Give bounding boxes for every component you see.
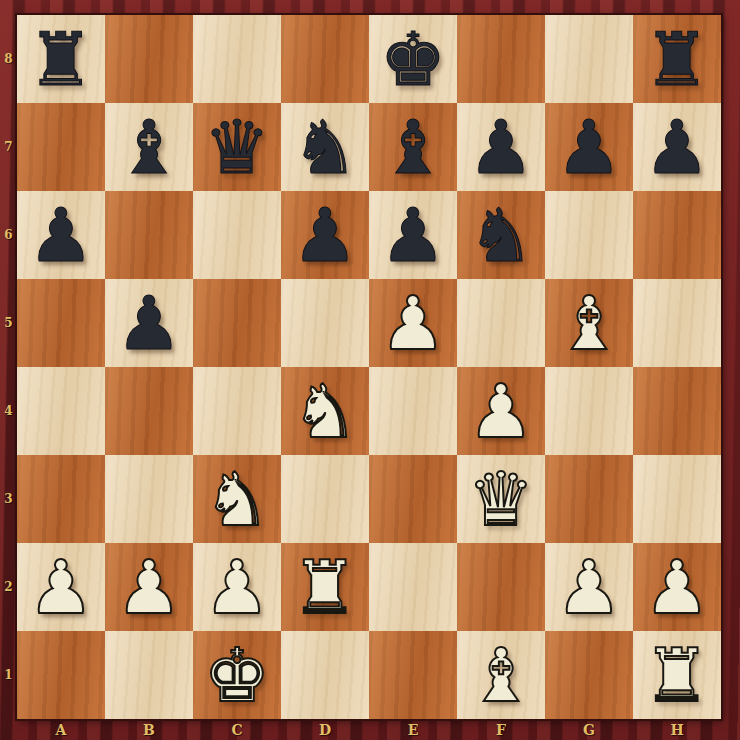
white-pawn-f4[interactable]: ♟	[468, 367, 534, 455]
black-knight-f6[interactable]: ♞	[468, 191, 534, 279]
rank-label-8: 8	[0, 15, 17, 103]
square-e7[interactable]: ♝	[369, 103, 457, 191]
square-c1[interactable]: ♚	[193, 631, 281, 719]
file-label-h: H	[633, 719, 721, 740]
black-bishop-e7[interactable]: ♝	[380, 103, 446, 191]
square-e8[interactable]: ♚	[369, 15, 457, 103]
black-queen-c7[interactable]: ♛	[204, 103, 270, 191]
square-b8[interactable]	[105, 15, 193, 103]
rank-label-5: 5	[0, 279, 17, 367]
square-d1[interactable]	[281, 631, 369, 719]
square-d5[interactable]	[281, 279, 369, 367]
square-c4[interactable]	[193, 367, 281, 455]
square-f8[interactable]	[457, 15, 545, 103]
white-pawn-g2[interactable]: ♟	[556, 543, 622, 631]
board-frame: 87654321 ♜♚♜♝♛♞♝♟♟♟♟♟♟♞♟♟♝♞♟♞♛♟♟♟♜♟♟♚♝♜ …	[0, 0, 740, 740]
white-bishop-f1[interactable]: ♝	[468, 631, 534, 719]
square-a5[interactable]	[17, 279, 105, 367]
square-e5[interactable]: ♟	[369, 279, 457, 367]
black-pawn-a6[interactable]: ♟	[28, 191, 94, 279]
black-knight-d7[interactable]: ♞	[292, 103, 358, 191]
black-bishop-b7[interactable]: ♝	[116, 103, 182, 191]
square-c3[interactable]: ♞	[193, 455, 281, 543]
square-a3[interactable]	[17, 455, 105, 543]
file-label-g: G	[545, 719, 633, 740]
rank-label-4: 4	[0, 367, 17, 455]
square-f2[interactable]	[457, 543, 545, 631]
square-f4[interactable]: ♟	[457, 367, 545, 455]
black-pawn-e6[interactable]: ♟	[380, 191, 446, 279]
black-pawn-b5[interactable]: ♟	[116, 279, 182, 367]
square-f3[interactable]: ♛	[457, 455, 545, 543]
square-a7[interactable]	[17, 103, 105, 191]
file-label-e: E	[369, 719, 457, 740]
square-h4[interactable]	[633, 367, 721, 455]
square-c5[interactable]	[193, 279, 281, 367]
chess-board: ♜♚♜♝♛♞♝♟♟♟♟♟♟♞♟♟♝♞♟♞♛♟♟♟♜♟♟♚♝♜	[17, 15, 721, 719]
square-h3[interactable]	[633, 455, 721, 543]
square-a1[interactable]	[17, 631, 105, 719]
square-b6[interactable]	[105, 191, 193, 279]
square-c8[interactable]	[193, 15, 281, 103]
white-king-c1[interactable]: ♚	[204, 631, 270, 719]
black-pawn-h7[interactable]: ♟	[644, 103, 710, 191]
square-d3[interactable]	[281, 455, 369, 543]
white-pawn-a2[interactable]: ♟	[28, 543, 94, 631]
square-d6[interactable]: ♟	[281, 191, 369, 279]
square-f7[interactable]: ♟	[457, 103, 545, 191]
square-e2[interactable]	[369, 543, 457, 631]
white-pawn-e5[interactable]: ♟	[380, 279, 446, 367]
square-h1[interactable]: ♜	[633, 631, 721, 719]
square-b3[interactable]	[105, 455, 193, 543]
square-h6[interactable]	[633, 191, 721, 279]
white-rook-h1[interactable]: ♜	[644, 631, 710, 719]
square-g5[interactable]: ♝	[545, 279, 633, 367]
square-a2[interactable]: ♟	[17, 543, 105, 631]
black-rook-h8[interactable]: ♜	[644, 15, 710, 103]
file-label-b: B	[105, 719, 193, 740]
square-f6[interactable]: ♞	[457, 191, 545, 279]
rank-label-7: 7	[0, 103, 17, 191]
black-pawn-f7[interactable]: ♟	[468, 103, 534, 191]
square-h5[interactable]	[633, 279, 721, 367]
square-a8[interactable]: ♜	[17, 15, 105, 103]
square-a6[interactable]: ♟	[17, 191, 105, 279]
rank-labels: 87654321	[0, 15, 17, 719]
square-c6[interactable]	[193, 191, 281, 279]
square-g3[interactable]	[545, 455, 633, 543]
square-d4[interactable]: ♞	[281, 367, 369, 455]
white-pawn-b2[interactable]: ♟	[116, 543, 182, 631]
square-h7[interactable]: ♟	[633, 103, 721, 191]
square-g8[interactable]	[545, 15, 633, 103]
rank-label-2: 2	[0, 543, 17, 631]
square-e3[interactable]	[369, 455, 457, 543]
square-c7[interactable]: ♛	[193, 103, 281, 191]
square-d7[interactable]: ♞	[281, 103, 369, 191]
square-b2[interactable]: ♟	[105, 543, 193, 631]
square-e1[interactable]	[369, 631, 457, 719]
rank-label-1: 1	[0, 631, 17, 719]
square-f5[interactable]	[457, 279, 545, 367]
square-c2[interactable]: ♟	[193, 543, 281, 631]
white-pawn-c2[interactable]: ♟	[204, 543, 270, 631]
square-b4[interactable]	[105, 367, 193, 455]
square-b1[interactable]	[105, 631, 193, 719]
square-h2[interactable]: ♟	[633, 543, 721, 631]
square-b5[interactable]: ♟	[105, 279, 193, 367]
white-knight-d4[interactable]: ♞	[292, 367, 358, 455]
square-g2[interactable]: ♟	[545, 543, 633, 631]
square-f1[interactable]: ♝	[457, 631, 545, 719]
rank-label-6: 6	[0, 191, 17, 279]
square-a4[interactable]	[17, 367, 105, 455]
white-knight-c3[interactable]: ♞	[204, 455, 270, 543]
file-label-a: A	[17, 719, 105, 740]
black-king-e8[interactable]: ♚	[380, 15, 446, 103]
square-g4[interactable]	[545, 367, 633, 455]
square-g7[interactable]: ♟	[545, 103, 633, 191]
square-b7[interactable]: ♝	[105, 103, 193, 191]
square-e6[interactable]: ♟	[369, 191, 457, 279]
white-pawn-h2[interactable]: ♟	[644, 543, 710, 631]
black-rook-a8[interactable]: ♜	[28, 15, 94, 103]
square-d2[interactable]: ♜	[281, 543, 369, 631]
white-queen-f3[interactable]: ♛	[468, 455, 534, 543]
file-labels: ABCDEFGH	[17, 719, 721, 740]
file-label-c: C	[193, 719, 281, 740]
square-h8[interactable]: ♜	[633, 15, 721, 103]
white-bishop-g5[interactable]: ♝	[556, 279, 622, 367]
file-label-f: F	[457, 719, 545, 740]
rank-label-3: 3	[0, 455, 17, 543]
white-rook-d2[interactable]: ♜	[292, 543, 358, 631]
file-label-d: D	[281, 719, 369, 740]
square-e4[interactable]	[369, 367, 457, 455]
black-pawn-d6[interactable]: ♟	[292, 191, 358, 279]
square-g6[interactable]	[545, 191, 633, 279]
black-pawn-g7[interactable]: ♟	[556, 103, 622, 191]
square-d8[interactable]	[281, 15, 369, 103]
square-g1[interactable]	[545, 631, 633, 719]
